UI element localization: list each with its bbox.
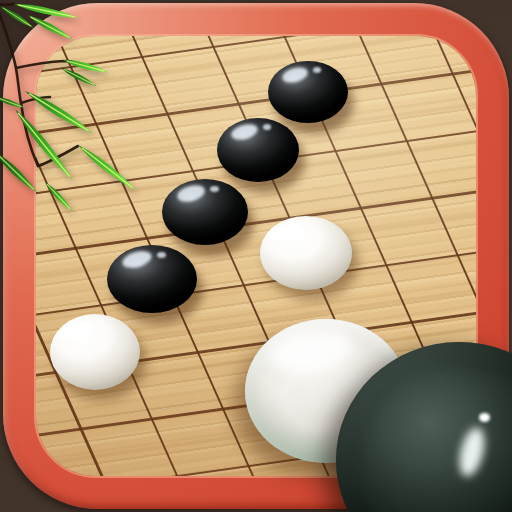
bamboo-leaf [43, 180, 74, 213]
white-stone[interactable] [260, 216, 352, 290]
bamboo-leaves [0, 1, 138, 213]
white-stone[interactable] [50, 314, 140, 390]
black-stone[interactable] [268, 61, 348, 123]
bamboo-leaf [13, 1, 79, 21]
bamboo-decoration [0, 0, 254, 246]
app-icon-canvas[interactable] [0, 0, 512, 512]
black-stone[interactable] [107, 245, 197, 313]
bamboo-leaf [76, 142, 139, 193]
